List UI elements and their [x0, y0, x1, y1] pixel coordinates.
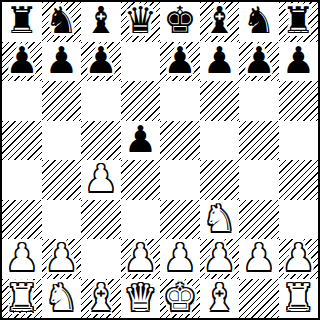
piece-black-pawn[interactable]: ♟: [5, 42, 38, 79]
square-b7[interactable]: ♟: [42, 42, 82, 82]
square-d8[interactable]: ♛: [121, 2, 161, 42]
square-f8[interactable]: ♝: [200, 2, 240, 42]
piece-black-pawn[interactable]: ♟: [203, 42, 236, 79]
square-h8[interactable]: ♜: [279, 2, 319, 42]
square-d4[interactable]: [121, 160, 161, 200]
square-d7[interactable]: [121, 42, 161, 82]
piece-black-rook[interactable]: ♜: [282, 2, 315, 39]
square-a1[interactable]: ♜: [2, 279, 42, 319]
piece-white-pawn[interactable]: ♟: [163, 239, 196, 276]
square-d6[interactable]: [121, 81, 161, 121]
square-a6[interactable]: [2, 81, 42, 121]
piece-white-knight[interactable]: ♞: [45, 279, 78, 316]
square-d1[interactable]: ♛: [121, 279, 161, 319]
square-e8[interactable]: ♚: [160, 2, 200, 42]
piece-white-knight[interactable]: ♞: [203, 200, 236, 237]
square-c7[interactable]: ♟: [81, 42, 121, 82]
square-e2[interactable]: ♟: [160, 239, 200, 279]
square-c6[interactable]: [81, 81, 121, 121]
piece-white-bishop[interactable]: ♝: [84, 279, 117, 316]
piece-black-king[interactable]: ♚: [163, 2, 196, 39]
square-b5[interactable]: [42, 121, 82, 161]
square-e3[interactable]: [160, 200, 200, 240]
square-c5[interactable]: [81, 121, 121, 161]
square-a2[interactable]: ♟: [2, 239, 42, 279]
piece-white-pawn[interactable]: ♟: [45, 239, 78, 276]
piece-black-pawn[interactable]: ♟: [124, 121, 157, 158]
square-a4[interactable]: [2, 160, 42, 200]
piece-white-rook[interactable]: ♜: [282, 279, 315, 316]
piece-white-pawn[interactable]: ♟: [282, 239, 315, 276]
square-a5[interactable]: [2, 121, 42, 161]
square-h4[interactable]: [279, 160, 319, 200]
square-f2[interactable]: ♟: [200, 239, 240, 279]
chess-board: ♜♞♝♛♚♝♞♜♟♟♟♟♟♟♟♟♟♞♟♟♟♟♟♟♟♜♞♝♛♚♝♜: [0, 0, 320, 320]
square-c2[interactable]: [81, 239, 121, 279]
piece-black-pawn[interactable]: ♟: [242, 42, 275, 79]
square-f5[interactable]: [200, 121, 240, 161]
piece-black-pawn[interactable]: ♟: [84, 42, 117, 79]
piece-white-pawn[interactable]: ♟: [84, 160, 117, 197]
square-f6[interactable]: [200, 81, 240, 121]
square-g1[interactable]: [239, 279, 279, 319]
square-d2[interactable]: ♟: [121, 239, 161, 279]
piece-white-king[interactable]: ♚: [163, 279, 196, 316]
square-f1[interactable]: ♝: [200, 279, 240, 319]
piece-white-bishop[interactable]: ♝: [203, 279, 236, 316]
square-a7[interactable]: ♟: [2, 42, 42, 82]
square-c3[interactable]: [81, 200, 121, 240]
square-h3[interactable]: [279, 200, 319, 240]
square-f7[interactable]: ♟: [200, 42, 240, 82]
square-b4[interactable]: [42, 160, 82, 200]
square-g3[interactable]: [239, 200, 279, 240]
piece-black-pawn[interactable]: ♟: [163, 42, 196, 79]
square-g7[interactable]: ♟: [239, 42, 279, 82]
square-d5[interactable]: ♟: [121, 121, 161, 161]
piece-black-knight[interactable]: ♞: [45, 2, 78, 39]
square-e6[interactable]: [160, 81, 200, 121]
square-d3[interactable]: [121, 200, 161, 240]
piece-black-bishop[interactable]: ♝: [203, 2, 236, 39]
square-g4[interactable]: [239, 160, 279, 200]
piece-white-pawn[interactable]: ♟: [242, 239, 275, 276]
piece-black-pawn[interactable]: ♟: [45, 42, 78, 79]
square-c1[interactable]: ♝: [81, 279, 121, 319]
square-h7[interactable]: ♟: [279, 42, 319, 82]
piece-black-knight[interactable]: ♞: [242, 2, 275, 39]
square-b8[interactable]: ♞: [42, 2, 82, 42]
square-e4[interactable]: [160, 160, 200, 200]
square-h6[interactable]: [279, 81, 319, 121]
square-g2[interactable]: ♟: [239, 239, 279, 279]
piece-white-queen[interactable]: ♛: [124, 279, 157, 316]
piece-black-queen[interactable]: ♛: [124, 2, 157, 39]
square-c4[interactable]: ♟: [81, 160, 121, 200]
piece-black-bishop[interactable]: ♝: [84, 2, 117, 39]
square-f4[interactable]: [200, 160, 240, 200]
square-b6[interactable]: [42, 81, 82, 121]
square-g6[interactable]: [239, 81, 279, 121]
piece-white-rook[interactable]: ♜: [5, 279, 38, 316]
square-f3[interactable]: ♞: [200, 200, 240, 240]
square-g5[interactable]: [239, 121, 279, 161]
square-e1[interactable]: ♚: [160, 279, 200, 319]
square-e5[interactable]: [160, 121, 200, 161]
square-e7[interactable]: ♟: [160, 42, 200, 82]
square-h2[interactable]: ♟: [279, 239, 319, 279]
piece-white-pawn[interactable]: ♟: [124, 239, 157, 276]
piece-black-rook[interactable]: ♜: [5, 2, 38, 39]
square-c8[interactable]: ♝: [81, 2, 121, 42]
square-b3[interactable]: [42, 200, 82, 240]
piece-white-pawn[interactable]: ♟: [203, 239, 236, 276]
square-a8[interactable]: ♜: [2, 2, 42, 42]
square-h1[interactable]: ♜: [279, 279, 319, 319]
square-h5[interactable]: [279, 121, 319, 161]
square-b1[interactable]: ♞: [42, 279, 82, 319]
square-g8[interactable]: ♞: [239, 2, 279, 42]
piece-black-pawn[interactable]: ♟: [282, 42, 315, 79]
square-a3[interactable]: [2, 200, 42, 240]
square-b2[interactable]: ♟: [42, 239, 82, 279]
piece-white-pawn[interactable]: ♟: [5, 239, 38, 276]
